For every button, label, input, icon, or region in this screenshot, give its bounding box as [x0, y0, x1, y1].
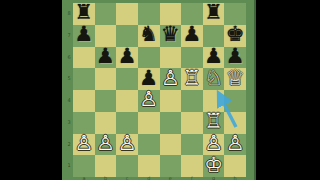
piece-white-pawn-a2[interactable]: ♙ [74, 133, 93, 154]
square-d3[interactable] [138, 112, 160, 134]
rank-label-1: 1 [66, 163, 72, 168]
piece-white-rook-f5[interactable]: ♖ [183, 68, 202, 89]
square-h4[interactable] [224, 90, 246, 112]
square-b5[interactable] [95, 68, 117, 90]
square-c5[interactable] [116, 68, 138, 90]
square-e5[interactable]: ♙ [160, 68, 182, 90]
rank-label-3: 3 [66, 120, 72, 125]
chess-board-frame: ♜♜♟♞♛♟♚♟♟♟♟♟♙♖♘♕♙♖♙♙♙♙♙♔ 87654321abcdefg… [62, 0, 256, 180]
piece-black-king-h7[interactable]: ♚ [226, 24, 245, 45]
square-a4[interactable] [73, 90, 95, 112]
square-d7[interactable]: ♞ [138, 25, 160, 47]
square-a1[interactable] [73, 155, 95, 177]
square-f5[interactable]: ♖ [181, 68, 203, 90]
piece-white-pawn-h2[interactable]: ♙ [226, 133, 245, 154]
square-e1[interactable] [160, 155, 182, 177]
piece-black-rook-a8[interactable]: ♜ [74, 2, 93, 23]
rank-label-7: 7 [66, 33, 72, 38]
square-g5[interactable]: ♘ [203, 68, 225, 90]
piece-black-pawn-f7[interactable]: ♟ [183, 24, 202, 45]
square-b1[interactable] [95, 155, 117, 177]
piece-white-pawn-g2[interactable]: ♙ [204, 133, 223, 154]
square-g1[interactable]: ♔ [203, 155, 225, 177]
square-a7[interactable]: ♟ [73, 25, 95, 47]
square-e4[interactable] [160, 90, 182, 112]
square-f1[interactable] [181, 155, 203, 177]
rank-label-8: 8 [66, 11, 72, 16]
piece-white-pawn-b2[interactable]: ♙ [96, 133, 115, 154]
square-d1[interactable] [138, 155, 160, 177]
piece-white-knight-g5[interactable]: ♘ [204, 68, 223, 89]
piece-white-pawn-d4[interactable]: ♙ [139, 89, 158, 110]
square-h2[interactable]: ♙ [224, 134, 246, 156]
square-h5[interactable]: ♕ [224, 68, 246, 90]
piece-black-pawn-g6[interactable]: ♟ [204, 46, 223, 67]
square-c2[interactable]: ♙ [116, 134, 138, 156]
piece-white-queen-h5[interactable]: ♕ [226, 68, 245, 89]
square-f7[interactable]: ♟ [181, 25, 203, 47]
piece-white-king-g1[interactable]: ♔ [204, 155, 223, 176]
square-e3[interactable] [160, 112, 182, 134]
square-c1[interactable] [116, 155, 138, 177]
square-f4[interactable] [181, 90, 203, 112]
piece-white-pawn-c2[interactable]: ♙ [118, 133, 137, 154]
piece-black-pawn-b6[interactable]: ♟ [96, 46, 115, 67]
rank-label-6: 6 [66, 55, 72, 60]
piece-black-pawn-d5[interactable]: ♟ [139, 68, 158, 89]
square-h1[interactable] [224, 155, 246, 177]
square-b8[interactable] [95, 3, 117, 25]
rank-label-2: 2 [66, 142, 72, 147]
square-f2[interactable] [181, 134, 203, 156]
piece-black-pawn-h6[interactable]: ♟ [226, 46, 245, 67]
square-a5[interactable] [73, 68, 95, 90]
piece-black-rook-g8[interactable]: ♜ [204, 2, 223, 23]
square-a2[interactable]: ♙ [73, 134, 95, 156]
rank-label-5: 5 [66, 76, 72, 81]
square-b2[interactable]: ♙ [95, 134, 117, 156]
piece-white-pawn-e5[interactable]: ♙ [161, 68, 180, 89]
piece-white-rook-g3[interactable]: ♖ [204, 111, 223, 132]
square-c8[interactable] [116, 3, 138, 25]
square-f3[interactable] [181, 112, 203, 134]
square-e2[interactable] [160, 134, 182, 156]
square-c4[interactable] [116, 90, 138, 112]
square-d4[interactable]: ♙ [138, 90, 160, 112]
piece-black-pawn-a7[interactable]: ♟ [74, 24, 93, 45]
chess-board: ♜♜♟♞♛♟♚♟♟♟♟♟♙♖♘♕♙♖♙♙♙♙♙♔ [73, 3, 246, 177]
square-b4[interactable] [95, 90, 117, 112]
square-a6[interactable] [73, 47, 95, 69]
piece-black-knight-d7[interactable]: ♞ [139, 24, 158, 45]
piece-black-queen-e7[interactable]: ♛ [161, 24, 180, 45]
piece-black-pawn-c6[interactable]: ♟ [118, 46, 137, 67]
square-e7[interactable]: ♛ [160, 25, 182, 47]
rank-label-4: 4 [66, 98, 72, 103]
square-c6[interactable]: ♟ [116, 47, 138, 69]
square-b6[interactable]: ♟ [95, 47, 117, 69]
square-g8[interactable]: ♜ [203, 3, 225, 25]
square-d2[interactable] [138, 134, 160, 156]
